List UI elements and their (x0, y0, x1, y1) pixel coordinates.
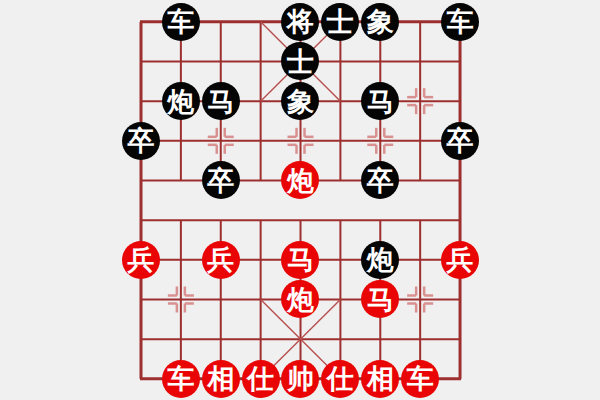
piece-red-advisor[interactable]: 仕 (242, 360, 280, 398)
piece-black-advisor[interactable]: 士 (321, 3, 359, 41)
piece-black-horse[interactable]: 马 (361, 82, 399, 120)
piece-red-cannon[interactable]: 炮 (281, 161, 319, 199)
piece-red-elephant[interactable]: 相 (202, 360, 240, 398)
xiangqi-board[interactable]: 车将士象车士炮马象马卒卒卒炮卒兵兵马炮兵炮马车相仕帅仕相车 (0, 0, 600, 400)
piece-black-elephant[interactable]: 象 (361, 3, 399, 41)
piece-black-pawn[interactable]: 卒 (202, 161, 240, 199)
piece-red-advisor[interactable]: 仕 (321, 360, 359, 398)
piece-red-pawn[interactable]: 兵 (202, 241, 240, 279)
piece-black-cannon[interactable]: 炮 (361, 241, 399, 279)
piece-black-pawn[interactable]: 卒 (122, 122, 160, 160)
piece-red-king[interactable]: 帅 (281, 360, 319, 398)
piece-red-horse[interactable]: 马 (281, 241, 319, 279)
piece-red-rook[interactable]: 车 (162, 360, 200, 398)
piece-black-general[interactable]: 将 (281, 3, 319, 41)
piece-black-horse[interactable]: 马 (202, 82, 240, 120)
piece-black-pawn[interactable]: 卒 (441, 122, 479, 160)
piece-black-cannon[interactable]: 炮 (162, 82, 200, 120)
piece-black-elephant[interactable]: 象 (281, 82, 319, 120)
piece-layer: 车将士象车士炮马象马卒卒卒炮卒兵兵马炮兵炮马车相仕帅仕相车 (121, 2, 480, 399)
piece-red-elephant[interactable]: 相 (361, 360, 399, 398)
piece-red-rook[interactable]: 车 (401, 360, 439, 398)
piece-red-pawn[interactable]: 兵 (122, 241, 160, 279)
piece-black-rook[interactable]: 车 (441, 3, 479, 41)
piece-black-advisor[interactable]: 士 (281, 42, 319, 80)
piece-red-horse[interactable]: 马 (361, 280, 399, 318)
piece-black-pawn[interactable]: 卒 (361, 161, 399, 199)
piece-black-rook[interactable]: 车 (162, 3, 200, 41)
piece-red-cannon[interactable]: 炮 (281, 280, 319, 318)
piece-red-pawn[interactable]: 兵 (441, 241, 479, 279)
